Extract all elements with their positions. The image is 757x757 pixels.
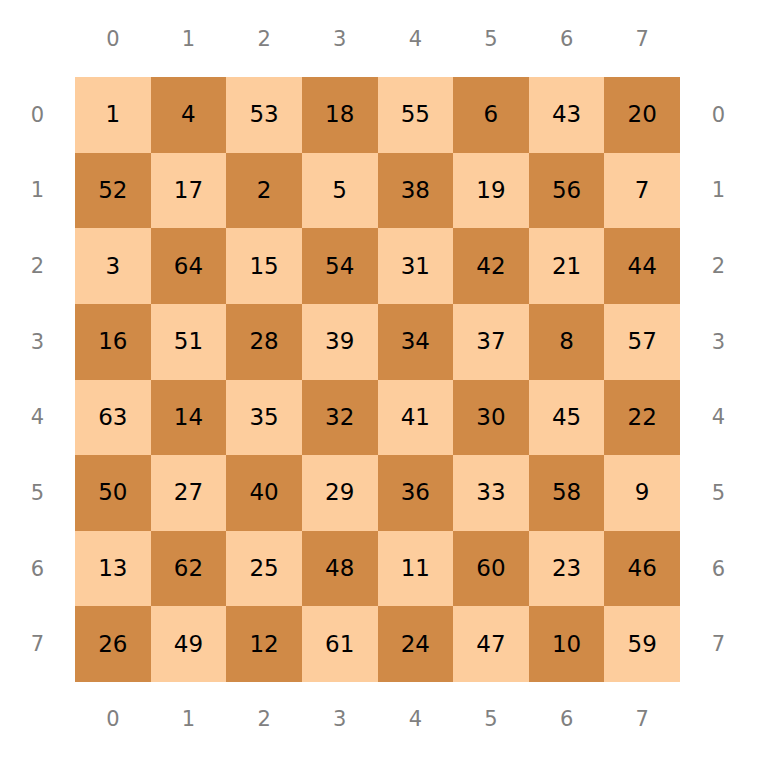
row-label-left-4: 4	[0, 380, 75, 456]
cell-r0c5: 6	[453, 77, 529, 153]
cell-r1c5: 19	[453, 153, 529, 229]
row-label-left-0: 0	[0, 77, 75, 153]
right-row-labels: 01234567	[680, 77, 757, 682]
row-label-right-0: 0	[680, 77, 757, 153]
cell-r1c1: 17	[151, 153, 227, 229]
cell-r0c3: 18	[302, 77, 378, 153]
col-label-bottom-2: 2	[226, 681, 302, 757]
col-label-bottom-4: 4	[378, 681, 454, 757]
cell-r6c4: 11	[378, 531, 454, 607]
cell-r5c0: 50	[75, 455, 151, 531]
col-label-top-0: 0	[75, 0, 151, 77]
cell-r2c1: 64	[151, 228, 227, 304]
cell-r3c3: 39	[302, 304, 378, 380]
cell-r5c7: 9	[604, 455, 680, 531]
col-label-top-1: 1	[151, 0, 227, 77]
row-label-right-6: 6	[680, 531, 757, 607]
cell-r6c3: 48	[302, 531, 378, 607]
cell-r2c4: 31	[378, 228, 454, 304]
row-label-left-3: 3	[0, 304, 75, 380]
cell-r4c7: 22	[604, 380, 680, 456]
cell-r3c7: 57	[604, 304, 680, 380]
cell-r6c0: 13	[75, 531, 151, 607]
cell-r1c4: 38	[378, 153, 454, 229]
cell-r1c3: 5	[302, 153, 378, 229]
col-label-bottom-6: 6	[529, 681, 605, 757]
cell-r7c2: 12	[226, 606, 302, 682]
col-label-top-6: 6	[529, 0, 605, 77]
cell-r0c6: 43	[529, 77, 605, 153]
cell-r2c0: 3	[75, 228, 151, 304]
row-label-left-5: 5	[0, 455, 75, 531]
cell-r4c5: 30	[453, 380, 529, 456]
cell-r6c1: 62	[151, 531, 227, 607]
cell-r7c5: 47	[453, 606, 529, 682]
cell-r6c6: 23	[529, 531, 605, 607]
cell-r3c4: 34	[378, 304, 454, 380]
row-label-right-5: 5	[680, 455, 757, 531]
cell-r4c1: 14	[151, 380, 227, 456]
cell-r1c2: 2	[226, 153, 302, 229]
cell-r6c7: 46	[604, 531, 680, 607]
board-grid: 1453185564320521725381956736415543142214…	[75, 77, 680, 682]
col-label-top-3: 3	[302, 0, 378, 77]
cell-r5c6: 58	[529, 455, 605, 531]
cell-r1c6: 56	[529, 153, 605, 229]
cell-r2c7: 44	[604, 228, 680, 304]
cell-r5c3: 29	[302, 455, 378, 531]
cell-r3c6: 8	[529, 304, 605, 380]
cell-r4c0: 63	[75, 380, 151, 456]
top-column-labels: 01234567	[75, 0, 680, 77]
cell-r2c2: 15	[226, 228, 302, 304]
cell-r1c0: 52	[75, 153, 151, 229]
cell-r5c4: 36	[378, 455, 454, 531]
cell-r6c5: 60	[453, 531, 529, 607]
row-label-right-1: 1	[680, 153, 757, 229]
row-label-left-7: 7	[0, 606, 75, 682]
row-label-left-6: 6	[0, 531, 75, 607]
cell-r4c2: 35	[226, 380, 302, 456]
col-label-top-5: 5	[453, 0, 529, 77]
col-label-top-7: 7	[604, 0, 680, 77]
row-label-right-2: 2	[680, 228, 757, 304]
cell-r7c7: 59	[604, 606, 680, 682]
col-label-bottom-3: 3	[302, 681, 378, 757]
col-label-top-2: 2	[226, 0, 302, 77]
cell-r7c3: 61	[302, 606, 378, 682]
cell-r2c5: 42	[453, 228, 529, 304]
row-label-right-4: 4	[680, 380, 757, 456]
cell-r4c4: 41	[378, 380, 454, 456]
cell-r1c7: 7	[604, 153, 680, 229]
col-label-bottom-0: 0	[75, 681, 151, 757]
cell-r4c3: 32	[302, 380, 378, 456]
cell-r2c6: 21	[529, 228, 605, 304]
row-label-right-3: 3	[680, 304, 757, 380]
col-label-bottom-1: 1	[151, 681, 227, 757]
cell-r7c0: 26	[75, 606, 151, 682]
knights-tour-diagram: 01234567 01234567 1453185564320521725381…	[0, 0, 757, 757]
row-label-right-7: 7	[680, 606, 757, 682]
cell-r7c6: 10	[529, 606, 605, 682]
cell-r5c1: 27	[151, 455, 227, 531]
row-label-left-2: 2	[0, 228, 75, 304]
cell-r0c1: 4	[151, 77, 227, 153]
left-row-labels: 01234567	[0, 77, 75, 682]
cell-r0c7: 20	[604, 77, 680, 153]
row-label-left-1: 1	[0, 153, 75, 229]
col-label-bottom-7: 7	[604, 681, 680, 757]
cell-r3c2: 28	[226, 304, 302, 380]
bottom-column-labels: 01234567	[75, 681, 680, 757]
col-label-top-4: 4	[378, 0, 454, 77]
cell-r4c6: 45	[529, 380, 605, 456]
cell-r5c5: 33	[453, 455, 529, 531]
cell-r5c2: 40	[226, 455, 302, 531]
cell-r0c2: 53	[226, 77, 302, 153]
cell-r3c0: 16	[75, 304, 151, 380]
cell-r2c3: 54	[302, 228, 378, 304]
cell-r3c1: 51	[151, 304, 227, 380]
cell-r0c0: 1	[75, 77, 151, 153]
cell-r3c5: 37	[453, 304, 529, 380]
cell-r6c2: 25	[226, 531, 302, 607]
col-label-bottom-5: 5	[453, 681, 529, 757]
cell-r7c4: 24	[378, 606, 454, 682]
cell-r0c4: 55	[378, 77, 454, 153]
cell-r7c1: 49	[151, 606, 227, 682]
